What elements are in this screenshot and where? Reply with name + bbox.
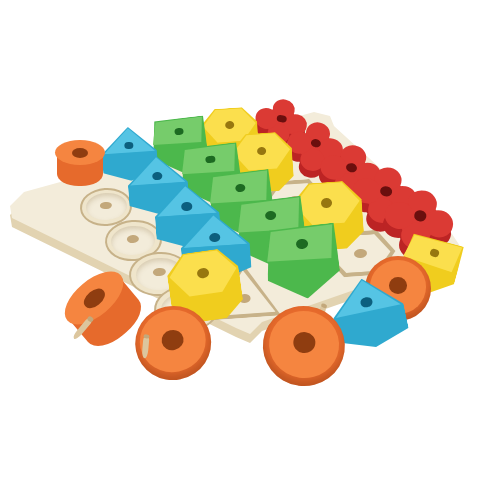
product-photo-shape-sorting-board — [0, 0, 500, 500]
loose-piece-cylinder-front-orange-6 — [258, 299, 351, 392]
piece-circle-col1-row1 — [55, 139, 106, 190]
loose-piece-peg-wood-5 — [135, 332, 158, 360]
pieces-layer — [0, 0, 500, 500]
